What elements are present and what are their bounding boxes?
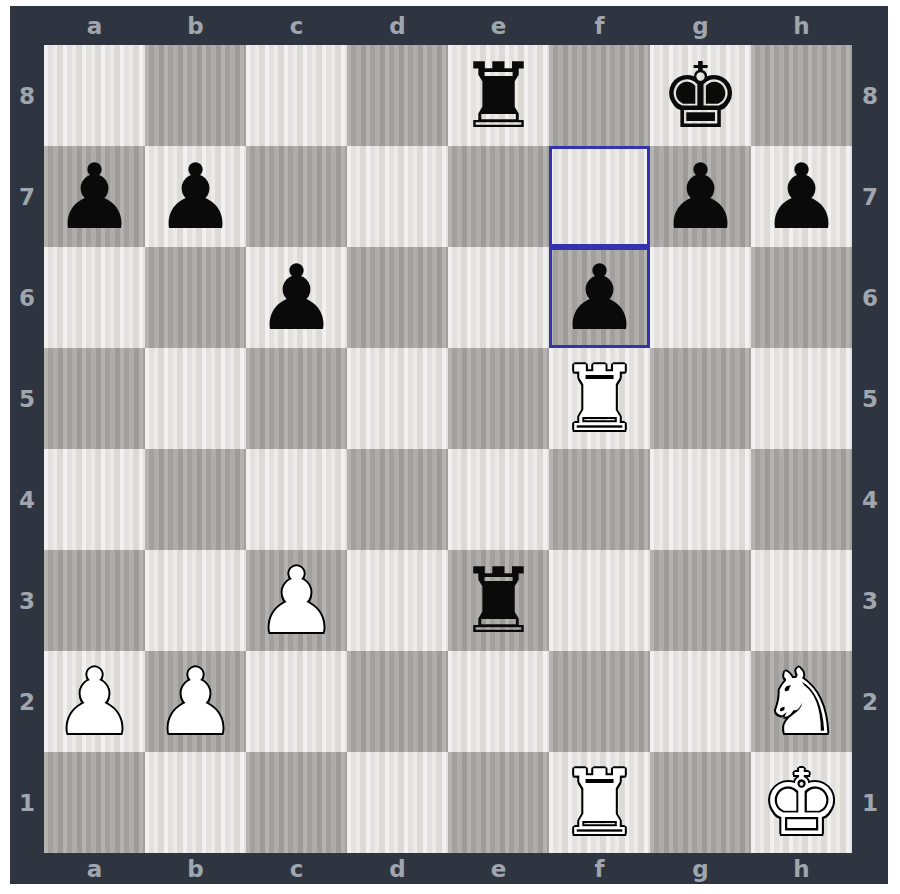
square-h8[interactable] [751,45,852,146]
chess-board: ♜♚♟♟♟♟♟♟♜♟♜♟♟♞♜♚ [44,45,852,853]
square-e2[interactable] [448,651,549,752]
square-g1[interactable] [650,752,751,853]
square-b2[interactable]: ♟ [145,651,246,752]
rank-label-7: 7 [10,146,44,247]
square-f7[interactable] [549,146,650,247]
square-c8[interactable] [246,45,347,146]
black-pawn[interactable]: ♟ [155,146,236,247]
square-a2[interactable]: ♟ [44,651,145,752]
rank-label-1: 1 [10,752,44,853]
square-f2[interactable] [549,651,650,752]
square-g8[interactable]: ♚ [650,45,751,146]
square-d5[interactable] [347,348,448,449]
black-king[interactable]: ♚ [660,45,741,146]
file-label-e: e [448,6,549,45]
file-label-a: a [44,6,145,45]
square-a8[interactable] [44,45,145,146]
rank-labels-right: 87654321 [852,45,888,853]
rank-label-4: 4 [852,449,888,550]
file-label-g: g [650,853,751,884]
square-f5[interactable]: ♜ [549,348,650,449]
file-label-f: f [549,6,650,45]
square-a5[interactable] [44,348,145,449]
square-e4[interactable] [448,449,549,550]
file-label-f: f [549,853,650,884]
square-b6[interactable] [145,247,246,348]
rank-label-3: 3 [852,550,888,651]
square-h3[interactable] [751,550,852,651]
white-pawn[interactable]: ♟ [256,550,337,651]
square-g6[interactable] [650,247,751,348]
file-label-g: g [650,6,751,45]
rank-labels-left: 87654321 [10,45,44,853]
file-label-e: e [448,853,549,884]
file-label-d: d [347,853,448,884]
rank-label-6: 6 [852,247,888,348]
square-c2[interactable] [246,651,347,752]
square-f1[interactable]: ♜ [549,752,650,853]
square-d1[interactable] [347,752,448,853]
rank-label-7: 7 [852,146,888,247]
file-label-d: d [347,6,448,45]
rank-label-4: 4 [10,449,44,550]
black-pawn[interactable]: ♟ [660,146,741,247]
file-label-c: c [246,6,347,45]
square-h1[interactable]: ♚ [751,752,852,853]
white-rook[interactable]: ♜ [559,752,640,853]
black-pawn[interactable]: ♟ [761,146,842,247]
square-d3[interactable] [347,550,448,651]
black-rook[interactable]: ♜ [458,550,539,651]
square-d7[interactable] [347,146,448,247]
square-b4[interactable] [145,449,246,550]
square-e3[interactable]: ♜ [448,550,549,651]
square-a4[interactable] [44,449,145,550]
square-h6[interactable] [751,247,852,348]
square-a1[interactable] [44,752,145,853]
square-b5[interactable] [145,348,246,449]
rank-label-3: 3 [10,550,44,651]
square-c1[interactable] [246,752,347,853]
square-f8[interactable] [549,45,650,146]
file-labels-bottom: abcdefgh [44,853,852,884]
square-e1[interactable] [448,752,549,853]
square-c7[interactable] [246,146,347,247]
square-b3[interactable] [145,550,246,651]
square-a6[interactable] [44,247,145,348]
black-rook[interactable]: ♜ [458,45,539,146]
square-g5[interactable] [650,348,751,449]
square-f4[interactable] [549,449,650,550]
square-g7[interactable]: ♟ [650,146,751,247]
white-rook[interactable]: ♜ [559,348,640,449]
rank-label-2: 2 [852,651,888,752]
rank-label-5: 5 [10,348,44,449]
square-f3[interactable] [549,550,650,651]
board-frame: abcdefgh abcdefgh 87654321 87654321 ♜♚♟♟… [10,6,888,884]
square-c6[interactable]: ♟ [246,247,347,348]
rank-label-2: 2 [10,651,44,752]
file-label-h: h [751,853,852,884]
square-h4[interactable] [751,449,852,550]
white-pawn[interactable]: ♟ [54,651,135,752]
square-b1[interactable] [145,752,246,853]
black-pawn[interactable]: ♟ [54,146,135,247]
square-g4[interactable] [650,449,751,550]
square-a7[interactable]: ♟ [44,146,145,247]
square-b8[interactable] [145,45,246,146]
file-label-b: b [145,6,246,45]
square-c4[interactable] [246,449,347,550]
square-d8[interactable] [347,45,448,146]
square-f6[interactable]: ♟ [549,247,650,348]
rank-label-1: 1 [852,752,888,853]
square-h2[interactable]: ♞ [751,651,852,752]
rank-label-6: 6 [10,247,44,348]
file-label-c: c [246,853,347,884]
white-knight[interactable]: ♞ [761,651,842,752]
square-e7[interactable] [448,146,549,247]
square-d4[interactable] [347,449,448,550]
square-c3[interactable]: ♟ [246,550,347,651]
rank-label-8: 8 [852,45,888,146]
rank-label-5: 5 [852,348,888,449]
black-pawn[interactable]: ♟ [559,247,640,348]
square-h7[interactable]: ♟ [751,146,852,247]
square-d6[interactable] [347,247,448,348]
square-d2[interactable] [347,651,448,752]
square-e6[interactable] [448,247,549,348]
square-h5[interactable] [751,348,852,449]
square-c5[interactable] [246,348,347,449]
square-a3[interactable] [44,550,145,651]
white-pawn[interactable]: ♟ [155,651,236,752]
file-label-b: b [145,853,246,884]
square-g3[interactable] [650,550,751,651]
black-pawn[interactable]: ♟ [256,247,337,348]
square-e5[interactable] [448,348,549,449]
square-e8[interactable]: ♜ [448,45,549,146]
file-labels-top: abcdefgh [44,6,852,45]
rank-label-8: 8 [10,45,44,146]
white-king[interactable]: ♚ [761,752,842,853]
file-label-a: a [44,853,145,884]
square-g2[interactable] [650,651,751,752]
file-label-h: h [751,6,852,45]
square-b7[interactable]: ♟ [145,146,246,247]
